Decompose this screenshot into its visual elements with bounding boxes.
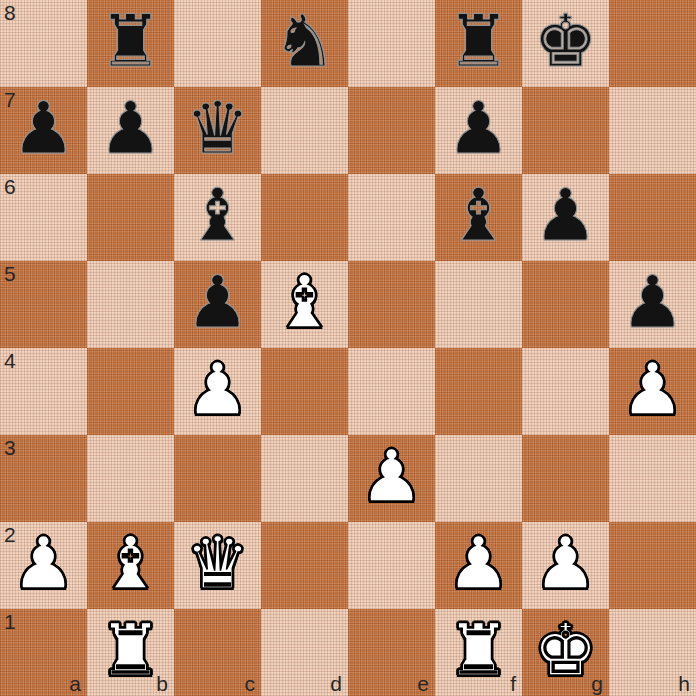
file-label-h: h bbox=[678, 672, 690, 696]
square-h6[interactable] bbox=[609, 174, 696, 261]
square-d5[interactable]: ♝ bbox=[261, 261, 348, 348]
square-f5[interactable] bbox=[435, 261, 522, 348]
square-f3[interactable] bbox=[435, 435, 522, 522]
piece-white-pawn-c4[interactable]: ♟ bbox=[185, 346, 250, 433]
piece-white-king-g1[interactable]: ♚ bbox=[533, 607, 598, 694]
square-g3[interactable] bbox=[522, 435, 609, 522]
square-d8[interactable]: ♞ bbox=[261, 0, 348, 87]
square-e1[interactable]: e bbox=[348, 609, 435, 696]
piece-black-bishop-c6[interactable]: ♝ bbox=[185, 172, 250, 259]
file-label-a: a bbox=[69, 672, 81, 696]
file-label-f: f bbox=[510, 672, 516, 696]
square-b5[interactable] bbox=[87, 261, 174, 348]
square-c4[interactable]: ♟ bbox=[174, 348, 261, 435]
piece-white-pawn-g2[interactable]: ♟ bbox=[533, 520, 598, 607]
square-e5[interactable] bbox=[348, 261, 435, 348]
square-a4[interactable]: 4 bbox=[0, 348, 87, 435]
square-f4[interactable] bbox=[435, 348, 522, 435]
piece-black-rook-f8[interactable]: ♜ bbox=[446, 0, 511, 85]
square-e4[interactable] bbox=[348, 348, 435, 435]
piece-white-queen-c2[interactable]: ♛ bbox=[185, 520, 250, 607]
square-f2[interactable]: ♟ bbox=[435, 522, 522, 609]
file-label-d: d bbox=[330, 672, 342, 696]
square-f7[interactable]: ♟ bbox=[435, 87, 522, 174]
piece-white-pawn-e3[interactable]: ♟ bbox=[359, 433, 424, 520]
square-g6[interactable]: ♟ bbox=[522, 174, 609, 261]
square-a8[interactable]: 8 bbox=[0, 0, 87, 87]
screenshot-stage: 8♜♞♜♚7♟♟♛♟6♝♝♟5♟♝♟4♟♟3♟2♟♝♛♟♟1ab♜cdef♜g♚… bbox=[0, 0, 696, 696]
piece-black-pawn-g6[interactable]: ♟ bbox=[533, 172, 598, 259]
piece-black-bishop-f6[interactable]: ♝ bbox=[446, 172, 511, 259]
rank-label-1: 1 bbox=[4, 610, 16, 634]
square-a1[interactable]: 1a bbox=[0, 609, 87, 696]
square-f6[interactable]: ♝ bbox=[435, 174, 522, 261]
square-c7[interactable]: ♛ bbox=[174, 87, 261, 174]
square-g7[interactable] bbox=[522, 87, 609, 174]
square-c3[interactable] bbox=[174, 435, 261, 522]
square-g2[interactable]: ♟ bbox=[522, 522, 609, 609]
piece-black-pawn-h5[interactable]: ♟ bbox=[620, 259, 685, 346]
square-e6[interactable] bbox=[348, 174, 435, 261]
square-b7[interactable]: ♟ bbox=[87, 87, 174, 174]
piece-white-rook-b1[interactable]: ♜ bbox=[98, 607, 163, 694]
square-b1[interactable]: b♜ bbox=[87, 609, 174, 696]
square-d2[interactable] bbox=[261, 522, 348, 609]
piece-black-queen-c7[interactable]: ♛ bbox=[185, 85, 250, 172]
piece-white-pawn-f2[interactable]: ♟ bbox=[446, 520, 511, 607]
piece-white-rook-f1[interactable]: ♜ bbox=[446, 607, 511, 694]
square-c6[interactable]: ♝ bbox=[174, 174, 261, 261]
file-label-e: e bbox=[417, 672, 429, 696]
square-g5[interactable] bbox=[522, 261, 609, 348]
square-a5[interactable]: 5 bbox=[0, 261, 87, 348]
square-a7[interactable]: 7♟ bbox=[0, 87, 87, 174]
square-g1[interactable]: g♚ bbox=[522, 609, 609, 696]
piece-black-rook-b8[interactable]: ♜ bbox=[98, 0, 163, 85]
square-e8[interactable] bbox=[348, 0, 435, 87]
square-d3[interactable] bbox=[261, 435, 348, 522]
square-g4[interactable] bbox=[522, 348, 609, 435]
square-b2[interactable]: ♝ bbox=[87, 522, 174, 609]
square-h5[interactable]: ♟ bbox=[609, 261, 696, 348]
square-a6[interactable]: 6 bbox=[0, 174, 87, 261]
square-h4[interactable]: ♟ bbox=[609, 348, 696, 435]
chess-board: 8♜♞♜♚7♟♟♛♟6♝♝♟5♟♝♟4♟♟3♟2♟♝♛♟♟1ab♜cdef♜g♚… bbox=[0, 0, 696, 696]
piece-black-pawn-c5[interactable]: ♟ bbox=[185, 259, 250, 346]
square-b6[interactable] bbox=[87, 174, 174, 261]
piece-black-knight-d8[interactable]: ♞ bbox=[272, 0, 337, 85]
piece-black-king-g8[interactable]: ♚ bbox=[533, 0, 598, 85]
square-b4[interactable] bbox=[87, 348, 174, 435]
square-h3[interactable] bbox=[609, 435, 696, 522]
square-h7[interactable] bbox=[609, 87, 696, 174]
square-c2[interactable]: ♛ bbox=[174, 522, 261, 609]
square-d4[interactable] bbox=[261, 348, 348, 435]
square-e2[interactable] bbox=[348, 522, 435, 609]
square-d6[interactable] bbox=[261, 174, 348, 261]
piece-white-bishop-b2[interactable]: ♝ bbox=[98, 520, 163, 607]
square-b8[interactable]: ♜ bbox=[87, 0, 174, 87]
square-d1[interactable]: d bbox=[261, 609, 348, 696]
piece-white-bishop-d5[interactable]: ♝ bbox=[272, 259, 337, 346]
rank-label-6: 6 bbox=[4, 175, 16, 199]
square-f1[interactable]: f♜ bbox=[435, 609, 522, 696]
piece-white-pawn-h4[interactable]: ♟ bbox=[620, 346, 685, 433]
square-c1[interactable]: c bbox=[174, 609, 261, 696]
square-e3[interactable]: ♟ bbox=[348, 435, 435, 522]
square-e7[interactable] bbox=[348, 87, 435, 174]
square-h2[interactable] bbox=[609, 522, 696, 609]
piece-black-pawn-a7[interactable]: ♟ bbox=[11, 85, 76, 172]
square-f8[interactable]: ♜ bbox=[435, 0, 522, 87]
rank-label-3: 3 bbox=[4, 436, 16, 460]
square-b3[interactable] bbox=[87, 435, 174, 522]
square-a3[interactable]: 3 bbox=[0, 435, 87, 522]
square-h1[interactable]: h bbox=[609, 609, 696, 696]
square-g8[interactable]: ♚ bbox=[522, 0, 609, 87]
piece-black-pawn-b7[interactable]: ♟ bbox=[98, 85, 163, 172]
square-h8[interactable] bbox=[609, 0, 696, 87]
rank-label-5: 5 bbox=[4, 262, 16, 286]
square-d7[interactable] bbox=[261, 87, 348, 174]
rank-label-4: 4 bbox=[4, 349, 16, 373]
square-c8[interactable] bbox=[174, 0, 261, 87]
square-a2[interactable]: 2♟ bbox=[0, 522, 87, 609]
rank-label-8: 8 bbox=[4, 1, 16, 25]
file-label-c: c bbox=[245, 672, 256, 696]
piece-white-pawn-a2[interactable]: ♟ bbox=[11, 520, 76, 607]
square-c5[interactable]: ♟ bbox=[174, 261, 261, 348]
piece-black-pawn-f7[interactable]: ♟ bbox=[446, 85, 511, 172]
